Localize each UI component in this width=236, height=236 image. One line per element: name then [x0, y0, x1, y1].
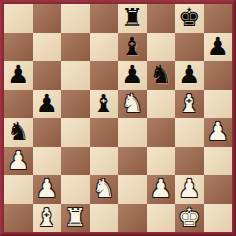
- black-knight-piece: ♞: [150, 61, 172, 89]
- square-d1[interactable]: [90, 204, 119, 233]
- white-pawn-piece: ♟: [207, 118, 229, 146]
- white-rook-piece: ♜: [64, 204, 86, 232]
- square-e1[interactable]: [118, 204, 147, 233]
- black-king-piece: ♚: [178, 4, 200, 32]
- square-e4[interactable]: [118, 118, 147, 147]
- square-c6[interactable]: [61, 61, 90, 90]
- white-knight-piece: ♞: [93, 175, 115, 203]
- square-f8[interactable]: [147, 4, 176, 33]
- square-h1[interactable]: [204, 204, 233, 233]
- square-g1[interactable]: ♚: [175, 204, 204, 233]
- square-f7[interactable]: [147, 33, 176, 62]
- square-f6[interactable]: ♞: [147, 61, 176, 90]
- square-g4[interactable]: [175, 118, 204, 147]
- white-pawn-piece: ♟: [36, 175, 58, 203]
- square-a1[interactable]: [4, 204, 33, 233]
- square-e3[interactable]: [118, 147, 147, 176]
- square-e8[interactable]: ♜: [118, 4, 147, 33]
- white-knight-piece: ♞: [121, 90, 143, 118]
- square-g8[interactable]: ♚: [175, 4, 204, 33]
- square-g7[interactable]: [175, 33, 204, 62]
- square-b5[interactable]: ♟: [33, 90, 62, 119]
- square-b1[interactable]: ♝: [33, 204, 62, 233]
- black-bishop-piece: ♝: [121, 33, 143, 61]
- square-h2[interactable]: [204, 175, 233, 204]
- white-pawn-piece: ♟: [178, 175, 200, 203]
- square-c3[interactable]: [61, 147, 90, 176]
- square-g3[interactable]: [175, 147, 204, 176]
- white-pawn-piece: ♟: [150, 175, 172, 203]
- board-frame: ♜♚♝♟♟♟♞♟♟♝♞♝♞♟♟♟♞♟♟♝♜♚: [0, 0, 236, 236]
- square-d3[interactable]: [90, 147, 119, 176]
- black-pawn-piece: ♟: [7, 61, 29, 89]
- black-bishop-piece: ♝: [93, 90, 115, 118]
- square-d7[interactable]: [90, 33, 119, 62]
- black-pawn-piece: ♟: [36, 90, 58, 118]
- square-c1[interactable]: ♜: [61, 204, 90, 233]
- square-a4[interactable]: ♞: [4, 118, 33, 147]
- white-pawn-piece: ♟: [7, 147, 29, 175]
- square-d2[interactable]: ♞: [90, 175, 119, 204]
- square-a5[interactable]: [4, 90, 33, 119]
- square-f3[interactable]: [147, 147, 176, 176]
- square-h5[interactable]: [204, 90, 233, 119]
- black-pawn-piece: ♟: [178, 61, 200, 89]
- square-c8[interactable]: [61, 4, 90, 33]
- square-a2[interactable]: [4, 175, 33, 204]
- square-b7[interactable]: [33, 33, 62, 62]
- square-h7[interactable]: ♟: [204, 33, 233, 62]
- square-c4[interactable]: [61, 118, 90, 147]
- square-d5[interactable]: ♝: [90, 90, 119, 119]
- square-b4[interactable]: [33, 118, 62, 147]
- square-c2[interactable]: [61, 175, 90, 204]
- square-e5[interactable]: ♞: [118, 90, 147, 119]
- square-e2[interactable]: [118, 175, 147, 204]
- square-f1[interactable]: [147, 204, 176, 233]
- square-a7[interactable]: [4, 33, 33, 62]
- square-d8[interactable]: [90, 4, 119, 33]
- square-d6[interactable]: [90, 61, 119, 90]
- square-h4[interactable]: ♟: [204, 118, 233, 147]
- square-b2[interactable]: ♟: [33, 175, 62, 204]
- square-f2[interactable]: ♟: [147, 175, 176, 204]
- square-a6[interactable]: ♟: [4, 61, 33, 90]
- square-e7[interactable]: ♝: [118, 33, 147, 62]
- square-c7[interactable]: [61, 33, 90, 62]
- square-f4[interactable]: [147, 118, 176, 147]
- square-g6[interactable]: ♟: [175, 61, 204, 90]
- square-d4[interactable]: [90, 118, 119, 147]
- black-pawn-piece: ♟: [121, 61, 143, 89]
- white-bishop-piece: ♝: [178, 90, 200, 118]
- chess-board: ♜♚♝♟♟♟♞♟♟♝♞♝♞♟♟♟♞♟♟♝♜♚: [4, 4, 232, 232]
- white-king-piece: ♚: [178, 204, 200, 232]
- square-a3[interactable]: ♟: [4, 147, 33, 176]
- square-h6[interactable]: [204, 61, 233, 90]
- square-h8[interactable]: [204, 4, 233, 33]
- square-f5[interactable]: [147, 90, 176, 119]
- black-rook-piece: ♜: [121, 4, 143, 32]
- black-knight-piece: ♞: [7, 118, 29, 146]
- square-b8[interactable]: [33, 4, 62, 33]
- square-a8[interactable]: [4, 4, 33, 33]
- square-b3[interactable]: [33, 147, 62, 176]
- square-e6[interactable]: ♟: [118, 61, 147, 90]
- square-g2[interactable]: ♟: [175, 175, 204, 204]
- square-c5[interactable]: [61, 90, 90, 119]
- square-g5[interactable]: ♝: [175, 90, 204, 119]
- black-pawn-piece: ♟: [207, 33, 229, 61]
- white-bishop-piece: ♝: [36, 204, 58, 232]
- square-h3[interactable]: [204, 147, 233, 176]
- square-b6[interactable]: [33, 61, 62, 90]
